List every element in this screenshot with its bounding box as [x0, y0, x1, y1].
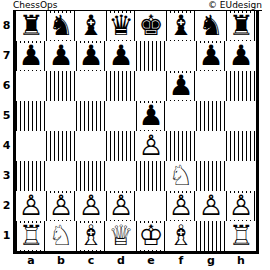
square-e1[interactable]: ♔	[136, 221, 166, 251]
rank-label-5: 5	[0, 101, 13, 131]
square-f8[interactable]: ♝	[166, 11, 196, 41]
square-c5[interactable]	[76, 101, 106, 131]
file-label-f: f	[166, 255, 196, 267]
square-f1[interactable]: ♗	[166, 221, 196, 251]
square-e6[interactable]	[136, 71, 166, 101]
rank-label-7: 7	[0, 41, 13, 71]
square-f5[interactable]	[166, 101, 196, 131]
square-c2[interactable]: ♙	[76, 191, 106, 221]
black-rook-h8: ♜	[229, 13, 254, 40]
file-label-a: a	[16, 255, 46, 267]
rank-label-3: 3	[0, 161, 13, 191]
square-b4[interactable]	[46, 131, 76, 161]
square-h4[interactable]	[226, 131, 256, 161]
square-e2[interactable]	[136, 191, 166, 221]
square-b2[interactable]: ♙	[46, 191, 76, 221]
square-b6[interactable]	[46, 71, 76, 101]
black-pawn-b7: ♟	[49, 43, 74, 70]
square-h5[interactable]	[226, 101, 256, 131]
white-knight-f3: ♘	[169, 163, 194, 190]
white-rook-h1: ♖	[229, 223, 254, 250]
square-g3[interactable]	[196, 161, 226, 191]
square-g5[interactable]	[196, 101, 226, 131]
square-a1[interactable]: ♖	[16, 221, 46, 251]
square-c7[interactable]: ♟	[76, 41, 106, 71]
square-g2[interactable]: ♙	[196, 191, 226, 221]
square-a8[interactable]: ♜	[16, 11, 46, 41]
square-c1[interactable]: ♗	[76, 221, 106, 251]
file-label-c: c	[76, 255, 106, 267]
square-e7[interactable]	[136, 41, 166, 71]
square-d5[interactable]	[106, 101, 136, 131]
file-label-g: g	[196, 255, 226, 267]
square-b7[interactable]: ♟	[46, 41, 76, 71]
square-b8[interactable]: ♞	[46, 11, 76, 41]
white-pawn-e4: ♙	[139, 133, 164, 160]
square-h1[interactable]: ♖	[226, 221, 256, 251]
black-pawn-g7: ♟	[199, 43, 224, 70]
white-pawn-a2: ♙	[19, 193, 44, 220]
square-a3[interactable]	[16, 161, 46, 191]
square-g1[interactable]	[196, 221, 226, 251]
square-b1[interactable]: ♘	[46, 221, 76, 251]
rank-label-4: 4	[0, 131, 13, 161]
square-d6[interactable]	[106, 71, 136, 101]
black-pawn-h7: ♟	[229, 43, 254, 70]
square-h8[interactable]: ♜	[226, 11, 256, 41]
file-labels: abcdefgh	[16, 255, 256, 267]
square-h2[interactable]: ♙	[226, 191, 256, 221]
black-knight-b8: ♞	[49, 13, 74, 40]
square-f6[interactable]: ♟	[166, 71, 196, 101]
square-c8[interactable]: ♝	[76, 11, 106, 41]
square-c6[interactable]	[76, 71, 106, 101]
white-bishop-f1: ♗	[169, 223, 194, 250]
white-pawn-g2: ♙	[199, 193, 224, 220]
white-pawn-f2: ♙	[169, 193, 194, 220]
square-g8[interactable]: ♞	[196, 11, 226, 41]
square-g6[interactable]	[196, 71, 226, 101]
square-d7[interactable]: ♟	[106, 41, 136, 71]
white-queen-d1: ♕	[109, 223, 134, 250]
square-d1[interactable]: ♕	[106, 221, 136, 251]
rank-label-1: 1	[0, 221, 13, 251]
white-pawn-b2: ♙	[49, 193, 74, 220]
square-c4[interactable]	[76, 131, 106, 161]
square-d3[interactable]	[106, 161, 136, 191]
rank-label-8: 8	[0, 11, 13, 41]
white-pawn-d2: ♙	[109, 193, 134, 220]
black-pawn-c7: ♟	[79, 43, 104, 70]
square-e5[interactable]: ♟	[136, 101, 166, 131]
black-king-e8: ♚	[139, 13, 164, 40]
rank-labels: 87654321	[0, 11, 13, 251]
square-h3[interactable]	[226, 161, 256, 191]
rank-label-2: 2	[0, 191, 13, 221]
square-g4[interactable]	[196, 131, 226, 161]
square-c3[interactable]	[76, 161, 106, 191]
square-d8[interactable]: ♛	[106, 11, 136, 41]
square-b3[interactable]	[46, 161, 76, 191]
white-bishop-c1: ♗	[79, 223, 104, 250]
black-knight-g8: ♞	[199, 13, 224, 40]
square-f4[interactable]	[166, 131, 196, 161]
black-pawn-d7: ♟	[109, 43, 134, 70]
white-pawn-h2: ♙	[229, 193, 254, 220]
white-knight-b1: ♘	[49, 223, 74, 250]
square-h7[interactable]: ♟	[226, 41, 256, 71]
white-pawn-c2: ♙	[79, 193, 104, 220]
file-label-b: b	[46, 255, 76, 267]
square-a7[interactable]: ♟	[16, 41, 46, 71]
square-a5[interactable]	[16, 101, 46, 131]
square-e3[interactable]	[136, 161, 166, 191]
black-pawn-a7: ♟	[19, 43, 44, 70]
square-f3[interactable]: ♘	[166, 161, 196, 191]
square-f2[interactable]: ♙	[166, 191, 196, 221]
chess-board[interactable]: ♜♞♝♛♚♝♞♜♟♟♟♟♟♟♟♟♙♘♙♙♙♙♙♙♙♖♘♗♕♔♗♖	[13, 10, 259, 254]
square-f7[interactable]	[166, 41, 196, 71]
square-e8[interactable]: ♚	[136, 11, 166, 41]
black-pawn-e5: ♟	[139, 103, 164, 130]
square-a2[interactable]: ♙	[16, 191, 46, 221]
square-b5[interactable]	[46, 101, 76, 131]
square-g7[interactable]: ♟	[196, 41, 226, 71]
square-e4[interactable]: ♙	[136, 131, 166, 161]
square-h6[interactable]	[226, 71, 256, 101]
white-rook-a1: ♖	[19, 223, 44, 250]
black-rook-a8: ♜	[19, 13, 44, 40]
file-label-h: h	[226, 255, 256, 267]
square-d4[interactable]	[106, 131, 136, 161]
file-label-e: e	[136, 255, 166, 267]
white-king-e1: ♔	[139, 223, 164, 250]
black-bishop-f8: ♝	[169, 13, 194, 40]
rank-label-6: 6	[0, 71, 13, 101]
square-a4[interactable]	[16, 131, 46, 161]
file-label-d: d	[106, 255, 136, 267]
square-d2[interactable]: ♙	[106, 191, 136, 221]
black-queen-d8: ♛	[109, 13, 134, 40]
square-a6[interactable]	[16, 71, 46, 101]
black-pawn-f6: ♟	[169, 73, 194, 100]
black-bishop-c8: ♝	[79, 13, 104, 40]
